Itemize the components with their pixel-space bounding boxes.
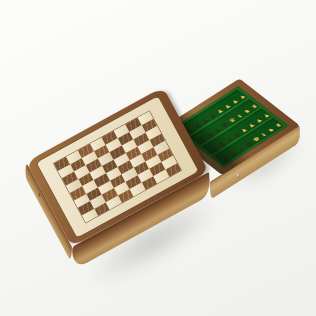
product-photo-stage: ♟♟♟♟♟♟♟♟♜♞♝♛♛♝♞♜♟♟♟♟♟♟♟♟♜♞♝♚♚♝♞♜ <box>0 0 316 316</box>
screw-icon <box>237 172 240 178</box>
magnet-catch-dot <box>39 192 40 197</box>
board-border-panel <box>36 95 200 238</box>
